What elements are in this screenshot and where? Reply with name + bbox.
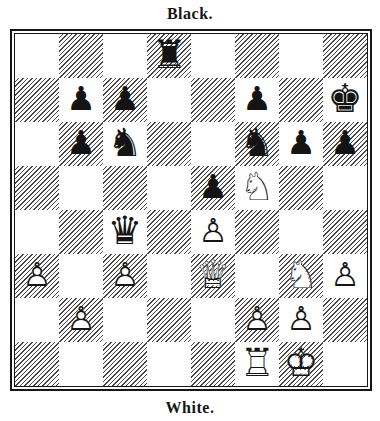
piece-white-pawn[interactable]: ♟♙ — [235, 298, 279, 342]
square-f6[interactable]: ♞ — [235, 122, 279, 166]
square-h6[interactable]: ♟ — [323, 122, 367, 166]
piece-black-king[interactable]: ♚ — [323, 78, 367, 122]
square-c2[interactable] — [103, 298, 147, 342]
square-g8[interactable] — [279, 34, 323, 78]
square-e5[interactable]: ♟ — [191, 166, 235, 210]
square-g1[interactable]: ♚♔ — [279, 342, 323, 386]
square-e7[interactable] — [191, 78, 235, 122]
piece-glyph: ♙ — [279, 302, 323, 335]
piece-glyph: ♘ — [235, 167, 279, 206]
piece-glyph: ♙ — [235, 302, 279, 335]
square-d1[interactable] — [147, 342, 191, 386]
piece-glyph: ♛ — [103, 211, 147, 250]
piece-glyph: ♞ — [235, 123, 279, 162]
square-d8[interactable]: ♜ — [147, 34, 191, 78]
square-a6[interactable] — [15, 122, 59, 166]
square-f2[interactable]: ♟♙ — [235, 298, 279, 342]
piece-black-pawn[interactable]: ♟ — [323, 122, 367, 166]
piece-white-pawn[interactable]: ♟♙ — [59, 298, 103, 342]
piece-white-rook[interactable]: ♜♖ — [235, 342, 279, 386]
piece-glyph: ♞ — [103, 123, 147, 162]
square-a8[interactable] — [15, 34, 59, 78]
piece-glyph: ♜ — [147, 35, 191, 74]
piece-glyph: ♟ — [191, 170, 235, 203]
chess-diagram-page: Black. ♜♟♟♟♚♟♞♞♟♟♟♞♘♛♟♙♟♙♟♙♛♕♞♘♟♙♟♙♟♙♟♙♜… — [0, 0, 380, 421]
piece-black-knight[interactable]: ♞ — [103, 122, 147, 166]
square-d5[interactable] — [147, 166, 191, 210]
piece-white-pawn[interactable]: ♟♙ — [323, 254, 367, 298]
piece-black-pawn[interactable]: ♟ — [279, 122, 323, 166]
piece-glyph: ♟ — [323, 126, 367, 159]
square-f7[interactable]: ♟ — [235, 78, 279, 122]
square-g3[interactable]: ♞♘ — [279, 254, 323, 298]
square-g2[interactable]: ♟♙ — [279, 298, 323, 342]
square-d2[interactable] — [147, 298, 191, 342]
square-c1[interactable] — [103, 342, 147, 386]
square-b6[interactable]: ♟ — [59, 122, 103, 166]
square-f1[interactable]: ♜♖ — [235, 342, 279, 386]
piece-glyph: ♘ — [279, 255, 323, 294]
piece-glyph: ♙ — [191, 214, 235, 247]
square-f8[interactable] — [235, 34, 279, 78]
square-e3[interactable]: ♛♕ — [191, 254, 235, 298]
piece-glyph: ♙ — [15, 258, 59, 291]
square-c7[interactable]: ♟ — [103, 78, 147, 122]
square-f5[interactable]: ♞♘ — [235, 166, 279, 210]
square-b7[interactable]: ♟ — [59, 78, 103, 122]
square-c5[interactable] — [103, 166, 147, 210]
square-b5[interactable] — [59, 166, 103, 210]
piece-black-pawn[interactable]: ♟ — [191, 166, 235, 210]
square-g6[interactable]: ♟ — [279, 122, 323, 166]
square-h7[interactable]: ♚ — [323, 78, 367, 122]
piece-glyph: ♟ — [59, 82, 103, 115]
piece-black-knight[interactable]: ♞ — [235, 122, 279, 166]
square-a4[interactable] — [15, 210, 59, 254]
square-b2[interactable]: ♟♙ — [59, 298, 103, 342]
square-e8[interactable] — [191, 34, 235, 78]
piece-glyph: ♕ — [191, 255, 235, 294]
piece-black-pawn[interactable]: ♟ — [59, 122, 103, 166]
square-h4[interactable] — [323, 210, 367, 254]
black-side-label: Black. — [0, 5, 380, 23]
square-h3[interactable]: ♟♙ — [323, 254, 367, 298]
piece-glyph: ♟ — [279, 126, 323, 159]
piece-white-pawn[interactable]: ♟♙ — [15, 254, 59, 298]
square-f3[interactable] — [235, 254, 279, 298]
square-c4[interactable]: ♛ — [103, 210, 147, 254]
board-inner-border: ♜♟♟♟♚♟♞♞♟♟♟♞♘♛♟♙♟♙♟♙♛♕♞♘♟♙♟♙♟♙♟♙♜♖♚♔ — [14, 33, 368, 387]
piece-white-knight[interactable]: ♞♘ — [235, 166, 279, 210]
square-d6[interactable] — [147, 122, 191, 166]
square-c8[interactable] — [103, 34, 147, 78]
square-a2[interactable] — [15, 298, 59, 342]
piece-glyph: ♙ — [323, 258, 367, 291]
chess-board: ♜♟♟♟♚♟♞♞♟♟♟♞♘♛♟♙♟♙♟♙♛♕♞♘♟♙♟♙♟♙♟♙♜♖♚♔ — [15, 34, 367, 386]
piece-glyph: ♟ — [235, 82, 279, 115]
piece-black-rook[interactable]: ♜ — [147, 34, 191, 78]
piece-glyph: ♙ — [59, 302, 103, 335]
square-e6[interactable] — [191, 122, 235, 166]
piece-black-pawn[interactable]: ♟ — [59, 78, 103, 122]
piece-black-pawn[interactable]: ♟ — [235, 78, 279, 122]
white-side-label: White. — [0, 399, 380, 417]
square-f4[interactable] — [235, 210, 279, 254]
square-e2[interactable] — [191, 298, 235, 342]
piece-white-pawn[interactable]: ♟♙ — [279, 298, 323, 342]
square-e4[interactable]: ♟♙ — [191, 210, 235, 254]
square-e1[interactable] — [191, 342, 235, 386]
piece-black-queen[interactable]: ♛ — [103, 210, 147, 254]
piece-white-pawn[interactable]: ♟♙ — [103, 254, 147, 298]
board-frame: ♜♟♟♟♚♟♞♞♟♟♟♞♘♛♟♙♟♙♟♙♛♕♞♘♟♙♟♙♟♙♟♙♜♖♚♔ — [10, 29, 372, 391]
piece-glyph: ♟ — [103, 82, 147, 115]
square-h5[interactable] — [323, 166, 367, 210]
piece-glyph: ♟ — [59, 126, 103, 159]
square-h1[interactable] — [323, 342, 367, 386]
piece-black-pawn[interactable]: ♟ — [103, 78, 147, 122]
piece-white-queen[interactable]: ♛♕ — [191, 254, 235, 298]
square-d4[interactable] — [147, 210, 191, 254]
square-a5[interactable] — [15, 166, 59, 210]
square-a1[interactable] — [15, 342, 59, 386]
square-b8[interactable] — [59, 34, 103, 78]
piece-glyph: ♙ — [103, 258, 147, 291]
square-c3[interactable]: ♟♙ — [103, 254, 147, 298]
square-c6[interactable]: ♞ — [103, 122, 147, 166]
piece-white-knight[interactable]: ♞♘ — [279, 254, 323, 298]
piece-glyph: ♚ — [323, 79, 367, 118]
piece-white-pawn[interactable]: ♟♙ — [191, 210, 235, 254]
square-a3[interactable]: ♟♙ — [15, 254, 59, 298]
square-g7[interactable] — [279, 78, 323, 122]
piece-white-king[interactable]: ♚♔ — [279, 342, 323, 386]
square-a7[interactable] — [15, 78, 59, 122]
square-h8[interactable] — [323, 34, 367, 78]
square-b1[interactable] — [59, 342, 103, 386]
square-d3[interactable] — [147, 254, 191, 298]
square-b3[interactable] — [59, 254, 103, 298]
square-b4[interactable] — [59, 210, 103, 254]
square-g4[interactable] — [279, 210, 323, 254]
square-d7[interactable] — [147, 78, 191, 122]
piece-glyph: ♔ — [279, 343, 323, 382]
piece-glyph: ♖ — [235, 343, 279, 382]
square-g5[interactable] — [279, 166, 323, 210]
square-h2[interactable] — [323, 298, 367, 342]
